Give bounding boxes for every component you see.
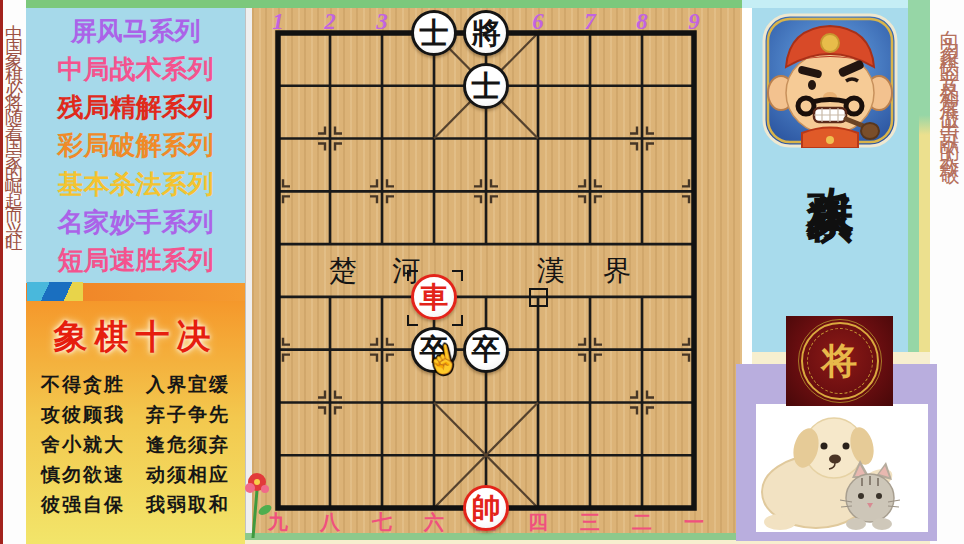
move-from-marker bbox=[529, 288, 548, 307]
decalogue-row: 彼强自保 我弱取和 bbox=[26, 490, 245, 520]
series-item: 屏风马系列 bbox=[71, 18, 201, 44]
right-slogan-text: 向为象棋的普及和发展做出贡献的人致敬 bbox=[930, 14, 964, 158]
board-left-margin bbox=[245, 8, 252, 533]
video-frame: 中国象棋必将随着国家的崛起而兴旺 屏风马系列 中局战术系列 残局精解系列 彩局破… bbox=[0, 0, 964, 544]
piece-red-帥[interactable]: 帥 bbox=[463, 485, 509, 531]
emblem-character: 将 bbox=[822, 337, 858, 386]
series-item: 彩局破解系列 bbox=[58, 132, 214, 158]
series-list-panel: 屏风马系列 中局战术系列 残局精解系列 彩局破解系列 基本杀法系列 名家妙手系列… bbox=[26, 8, 245, 283]
right-accent-strip bbox=[908, 0, 930, 352]
app-icon bbox=[762, 13, 898, 148]
decalogue-row: 慎勿欲速 动须相应 bbox=[26, 460, 245, 490]
piece-black-將[interactable]: 將 bbox=[463, 10, 509, 56]
top-cyan-strip bbox=[742, 0, 930, 8]
app-panel: 欢乐象棋 bbox=[752, 8, 908, 352]
decalogue-row: 攻彼顾我 弃子争先 bbox=[26, 400, 245, 430]
cursor-hand-icon: ☝ bbox=[424, 344, 463, 377]
decalogue-row: 舍小就大 逢危须弃 bbox=[26, 430, 245, 460]
pets-photo bbox=[756, 404, 928, 532]
decalogue-panel: 象棋十决 不得贪胜 入界宜缓 攻彼顾我 弃子争先 舍小就大 逢危须弃 慎勿欲速 … bbox=[26, 301, 245, 544]
series-item: 名家妙手系列 bbox=[58, 209, 214, 235]
piece-black-卒[interactable]: 卒 bbox=[463, 327, 509, 373]
series-item: 中局战术系列 bbox=[58, 56, 214, 82]
series-item: 基本杀法系列 bbox=[58, 171, 214, 197]
flower-decoration bbox=[243, 470, 273, 542]
puppy-kitten-illustration bbox=[756, 404, 928, 532]
xiangqi-board[interactable]: 楚 河 漢 界 1 2 3 4 5 6 7 8 9 九 八 七 六 五 四 三 … bbox=[252, 8, 742, 533]
decalogue-title: 象棋十决 bbox=[26, 314, 245, 360]
pieces-grid[interactable]: 士將士車卒卒帥☝ bbox=[252, 7, 720, 535]
general-emblem: 将 bbox=[786, 316, 893, 406]
piece-red-車[interactable]: 車 bbox=[411, 274, 457, 320]
series-item: 残局精解系列 bbox=[58, 94, 214, 120]
piece-black-士[interactable]: 士 bbox=[411, 10, 457, 56]
left-slogan-strip: 中国象棋必将随着国家的崛起而兴旺 bbox=[3, 0, 26, 544]
decalogue-row: 不得贪胜 入界宜缓 bbox=[26, 370, 245, 400]
left-slogan-text: 中国象棋必将随着国家的崛起而兴旺 bbox=[3, 10, 26, 234]
series-item: 短局速胜系列 bbox=[58, 247, 214, 273]
divider-thumbnail bbox=[27, 282, 83, 301]
piece-black-士[interactable]: 士 bbox=[463, 63, 509, 109]
app-name: 欢乐象棋 bbox=[807, 150, 854, 162]
